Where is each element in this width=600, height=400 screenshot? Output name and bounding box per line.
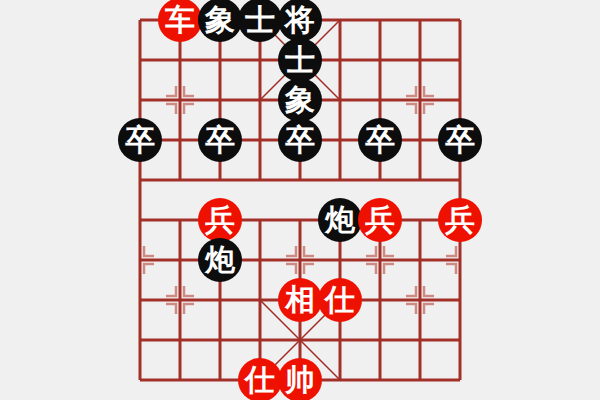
- piece-red-chariot[interactable]: 车: [160, 0, 200, 40]
- piece-glyph: 相: [285, 285, 315, 315]
- black-piece-disc: 炮: [318, 198, 362, 242]
- xiangqi-game: 车象士将士象卒卒卒卒卒兵炮兵兵炮相仕仕帅: [0, 0, 600, 400]
- piece-glyph: 士: [245, 5, 275, 35]
- black-piece-disc: 士: [238, 0, 282, 42]
- piece-black-advisor[interactable]: 士: [240, 0, 280, 40]
- piece-glyph: 卒: [285, 125, 315, 155]
- piece-black-soldier[interactable]: 卒: [280, 120, 320, 160]
- red-piece-disc: 帅: [278, 358, 322, 400]
- piece-glyph: 卒: [365, 125, 395, 155]
- piece-black-cannon[interactable]: 炮: [320, 200, 360, 240]
- red-piece-disc: 仕: [318, 278, 362, 322]
- piece-glyph: 车: [165, 5, 195, 35]
- piece-glyph: 卒: [445, 125, 475, 155]
- piece-glyph: 兵: [445, 205, 475, 235]
- black-piece-disc: 将: [278, 0, 322, 42]
- piece-glyph: 仕: [325, 285, 355, 315]
- red-piece-disc: 兵: [438, 198, 482, 242]
- piece-red-advisor[interactable]: 仕: [320, 280, 360, 320]
- piece-glyph: 卒: [205, 125, 235, 155]
- piece-black-general[interactable]: 将: [280, 0, 320, 40]
- piece-glyph: 士: [285, 45, 315, 75]
- piece-red-soldier[interactable]: 兵: [440, 200, 480, 240]
- piece-glyph: 将: [285, 5, 315, 35]
- black-piece-disc: 炮: [198, 238, 242, 282]
- black-piece-disc: 卒: [438, 118, 482, 162]
- piece-red-advisor[interactable]: 仕: [240, 360, 280, 400]
- piece-black-soldier[interactable]: 卒: [200, 120, 240, 160]
- piece-black-soldier[interactable]: 卒: [440, 120, 480, 160]
- piece-black-advisor[interactable]: 士: [280, 40, 320, 80]
- piece-glyph: 仕: [245, 365, 275, 395]
- piece-glyph: 兵: [365, 205, 395, 235]
- black-piece-disc: 士: [278, 38, 322, 82]
- xiangqi-board[interactable]: 车象士将士象卒卒卒卒卒兵炮兵兵炮相仕仕帅: [120, 0, 480, 400]
- red-piece-disc: 仕: [238, 358, 282, 400]
- red-piece-disc: 车: [158, 0, 202, 42]
- piece-black-elephant[interactable]: 象: [280, 80, 320, 120]
- black-piece-disc: 卒: [198, 118, 242, 162]
- piece-black-cannon[interactable]: 炮: [200, 240, 240, 280]
- piece-black-soldier[interactable]: 卒: [120, 120, 160, 160]
- piece-glyph: 炮: [325, 205, 355, 235]
- piece-glyph: 卒: [125, 125, 155, 155]
- piece-glyph: 帅: [285, 365, 315, 395]
- piece-black-soldier[interactable]: 卒: [360, 120, 400, 160]
- red-piece-disc: 兵: [358, 198, 402, 242]
- black-piece-disc: 卒: [118, 118, 162, 162]
- piece-red-general[interactable]: 帅: [280, 360, 320, 400]
- piece-black-elephant[interactable]: 象: [200, 0, 240, 40]
- red-piece-disc: 兵: [198, 198, 242, 242]
- piece-red-soldier[interactable]: 兵: [200, 200, 240, 240]
- piece-glyph: 象: [285, 85, 315, 115]
- piece-red-elephant[interactable]: 相: [280, 280, 320, 320]
- piece-glyph: 象: [205, 5, 235, 35]
- red-piece-disc: 相: [278, 278, 322, 322]
- black-piece-disc: 卒: [358, 118, 402, 162]
- black-piece-disc: 卒: [278, 118, 322, 162]
- black-piece-disc: 象: [278, 78, 322, 122]
- black-piece-disc: 象: [198, 0, 242, 42]
- piece-red-soldier[interactable]: 兵: [360, 200, 400, 240]
- piece-glyph: 兵: [205, 205, 235, 235]
- piece-glyph: 炮: [205, 245, 235, 275]
